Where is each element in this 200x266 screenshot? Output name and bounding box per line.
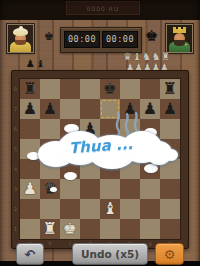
rank-label-4: 4 xyxy=(11,159,20,179)
square-d1[interactable] xyxy=(80,219,100,239)
square-h3[interactable] xyxy=(160,179,180,199)
white-pawn[interactable]: ♟ xyxy=(20,179,40,199)
banner-text: 0000 RU xyxy=(87,5,120,12)
square-b2[interactable] xyxy=(40,199,60,219)
undo-button[interactable]: Undo (x5) xyxy=(72,243,148,265)
back-button[interactable]: ↶ xyxy=(16,243,44,265)
rank-label-7: 7 xyxy=(11,99,20,119)
square-a2[interactable] xyxy=(20,199,40,219)
square-f1[interactable] xyxy=(120,219,140,239)
white-clock-display: 00:00 xyxy=(64,31,100,48)
back-arrow-icon: ↶ xyxy=(25,248,36,261)
white-king[interactable]: ♚ xyxy=(60,219,80,239)
square-a8[interactable]: ♜ xyxy=(20,79,40,99)
settings-button[interactable]: ⚙ xyxy=(155,243,184,265)
speech-bubble-cloud: Thua ... xyxy=(36,129,178,175)
square-c1[interactable]: ♚ xyxy=(60,219,80,239)
white-rook[interactable]: ♜ xyxy=(40,219,60,239)
square-h8[interactable]: ♜ xyxy=(160,79,180,99)
black-rook[interactable]: ♜ xyxy=(20,79,40,99)
avatar-crown-point xyxy=(173,27,176,30)
rank-label-1: 1 xyxy=(11,219,20,239)
square-h1[interactable] xyxy=(160,219,180,239)
square-c8[interactable] xyxy=(60,79,80,99)
black-pawn[interactable]: ♟ xyxy=(20,99,40,119)
rank-label-8: 8 xyxy=(11,79,20,99)
black-pawn[interactable]: ♟ xyxy=(140,99,160,119)
square-e2[interactable]: ♝ xyxy=(100,199,120,219)
black-pawn[interactable]: ♟ xyxy=(160,99,180,119)
snowball-decoration xyxy=(50,187,57,192)
square-e8[interactable]: ♚ xyxy=(100,79,120,99)
square-e3[interactable] xyxy=(100,179,120,199)
undo-button-label: Undo (x5) xyxy=(81,248,139,260)
captured-black-pawn: ♟ xyxy=(26,58,35,69)
rank-label-6: 6 xyxy=(11,119,20,139)
left-king-icon: ♚ xyxy=(44,30,54,43)
square-c7[interactable] xyxy=(60,99,80,119)
captured-black-bishop: ♝ xyxy=(36,58,45,69)
square-g1[interactable] xyxy=(140,219,160,239)
square-e1[interactable] xyxy=(100,219,120,239)
square-f3[interactable] xyxy=(120,179,140,199)
rank-label-5: 5 xyxy=(11,139,20,159)
square-b1[interactable]: ♜ xyxy=(40,219,60,239)
cloud-puff xyxy=(164,149,178,161)
avatar-beard xyxy=(174,40,185,46)
square-d2[interactable] xyxy=(80,199,100,219)
gear-icon: ⚙ xyxy=(164,248,176,261)
square-c2[interactable] xyxy=(60,199,80,219)
square-g2[interactable] xyxy=(140,199,160,219)
black-rook[interactable]: ♜ xyxy=(160,79,180,99)
square-b8[interactable] xyxy=(40,79,60,99)
square-h2[interactable] xyxy=(160,199,180,219)
square-g7[interactable]: ♟ xyxy=(140,99,160,119)
top-banner: 0000 RU xyxy=(0,0,200,20)
rank-label-3: 3 xyxy=(11,179,20,199)
square-c3[interactable] xyxy=(60,179,80,199)
square-d3[interactable] xyxy=(80,179,100,199)
square-a7[interactable]: ♟ xyxy=(20,99,40,119)
square-d8[interactable] xyxy=(80,79,100,99)
captured-by-white-tray: ♟♝ xyxy=(26,52,46,71)
square-g8[interactable] xyxy=(140,79,160,99)
square-d7[interactable] xyxy=(80,99,100,119)
avatar-crown-point xyxy=(183,27,186,30)
square-b7[interactable]: ♟ xyxy=(40,99,60,119)
banner-panel: 0000 RU xyxy=(66,1,140,15)
avatar-beard xyxy=(15,40,26,45)
white-bishop[interactable]: ♝ xyxy=(100,199,120,219)
avatar-crown-point xyxy=(178,27,181,30)
square-a3[interactable]: ♟ xyxy=(20,179,40,199)
square-g3[interactable] xyxy=(140,179,160,199)
square-f2[interactable] xyxy=(120,199,140,219)
square-a1[interactable] xyxy=(20,219,40,239)
chess-app-screen: 0000 RU ♚ 00:00 00:00 ♚ ♟♝ ♛♝♞♞♜ ♟♟♟♟♟ ♜… xyxy=(0,0,200,266)
black-king[interactable]: ♚ xyxy=(100,79,120,99)
avatar-turban-knob xyxy=(19,26,23,30)
square-h7[interactable]: ♟ xyxy=(160,99,180,119)
white-player-avatar[interactable] xyxy=(7,24,34,53)
right-king-icon: ♚ xyxy=(145,27,158,45)
rank-coordinates: 87654321 xyxy=(11,79,20,239)
black-pawn[interactable]: ♟ xyxy=(40,99,60,119)
rank-label-2: 2 xyxy=(11,199,20,219)
square-f8[interactable] xyxy=(120,79,140,99)
